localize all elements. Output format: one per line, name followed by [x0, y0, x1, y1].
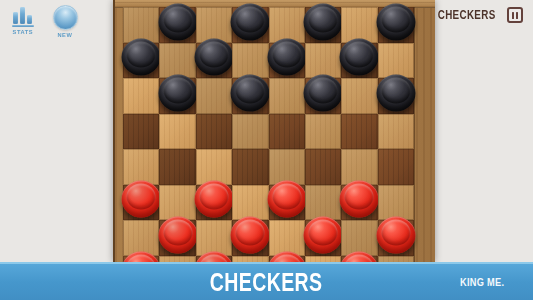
board-square[interactable]	[378, 149, 414, 185]
board-square[interactable]	[378, 220, 414, 256]
new-game-button[interactable]: NEW	[50, 5, 80, 38]
board-square[interactable]	[123, 78, 159, 114]
board-square[interactable]	[123, 185, 159, 221]
black-piece[interactable]	[231, 3, 270, 40]
board-square[interactable]	[159, 78, 195, 114]
board-square[interactable]	[159, 149, 195, 185]
checkers-board	[113, 0, 435, 262]
board-square[interactable]	[305, 185, 341, 221]
red-piece[interactable]	[267, 181, 306, 218]
new-game-button-label: NEW	[57, 32, 72, 38]
board-square[interactable]	[305, 78, 341, 114]
board-square[interactable]	[232, 7, 268, 43]
board-square[interactable]	[269, 43, 305, 79]
red-piece[interactable]	[340, 181, 379, 218]
board-square[interactable]	[159, 43, 195, 79]
board-square[interactable]	[341, 43, 377, 79]
black-piece[interactable]	[304, 74, 343, 111]
board-square[interactable]	[269, 220, 305, 256]
black-piece[interactable]	[122, 39, 161, 76]
board-square[interactable]	[378, 7, 414, 43]
red-piece[interactable]	[231, 216, 270, 253]
footer-game-title: CHECKERS	[210, 268, 323, 297]
board-square[interactable]	[232, 149, 268, 185]
board-square[interactable]	[196, 78, 232, 114]
board-square[interactable]	[269, 78, 305, 114]
red-piece[interactable]	[122, 181, 161, 218]
stats-button-label: STATS	[13, 29, 34, 35]
board-square[interactable]	[305, 149, 341, 185]
board-square[interactable]	[196, 7, 232, 43]
board-square[interactable]	[232, 78, 268, 114]
new-game-sphere-icon	[53, 5, 78, 30]
board-square[interactable]	[123, 220, 159, 256]
board-square[interactable]	[232, 43, 268, 79]
board-square[interactable]	[341, 220, 377, 256]
board-square[interactable]	[159, 185, 195, 221]
board-square[interactable]	[123, 149, 159, 185]
pause-icon	[512, 12, 514, 19]
board-square[interactable]	[196, 43, 232, 79]
stats-bar-chart-icon	[12, 5, 34, 27]
red-piece[interactable]	[376, 216, 415, 253]
board-square[interactable]	[196, 220, 232, 256]
board-square[interactable]	[232, 114, 268, 150]
hud-right: CHECKERS	[425, 7, 523, 23]
black-piece[interactable]	[304, 3, 343, 40]
pause-button[interactable]	[507, 7, 523, 23]
board-square[interactable]	[305, 7, 341, 43]
black-piece[interactable]	[158, 74, 197, 111]
board-square[interactable]	[269, 185, 305, 221]
board-square[interactable]	[159, 7, 195, 43]
black-piece[interactable]	[158, 3, 197, 40]
status-message: KING ME.	[460, 276, 504, 288]
board-square[interactable]	[159, 114, 195, 150]
board-square[interactable]	[159, 220, 195, 256]
board-square[interactable]	[269, 7, 305, 43]
black-piece[interactable]	[231, 74, 270, 111]
board-square[interactable]	[378, 185, 414, 221]
board-square[interactable]	[123, 43, 159, 79]
footer-bar: CHECKERS KING ME.	[0, 262, 533, 300]
red-piece[interactable]	[158, 216, 197, 253]
board-square[interactable]	[123, 114, 159, 150]
red-piece[interactable]	[304, 216, 343, 253]
hud-left: STATS NEW	[8, 5, 80, 38]
board-square[interactable]	[341, 185, 377, 221]
board-square[interactable]	[196, 149, 232, 185]
board-square[interactable]	[378, 114, 414, 150]
board-square[interactable]	[232, 220, 268, 256]
pause-icon	[516, 12, 518, 19]
board-square[interactable]	[305, 220, 341, 256]
board-square[interactable]	[305, 114, 341, 150]
board-square[interactable]	[378, 43, 414, 79]
board-square[interactable]	[196, 114, 232, 150]
board-grid	[123, 7, 415, 262]
board-square[interactable]	[196, 185, 232, 221]
board-square[interactable]	[341, 78, 377, 114]
board-square[interactable]	[341, 149, 377, 185]
board-square[interactable]	[341, 114, 377, 150]
board-square[interactable]	[341, 7, 377, 43]
board-square[interactable]	[232, 185, 268, 221]
black-piece[interactable]	[194, 39, 233, 76]
black-piece[interactable]	[376, 74, 415, 111]
black-piece[interactable]	[267, 39, 306, 76]
board-square[interactable]	[269, 114, 305, 150]
board-square[interactable]	[123, 7, 159, 43]
black-piece[interactable]	[376, 3, 415, 40]
app-title: CHECKERS	[438, 8, 496, 22]
board-square[interactable]	[269, 149, 305, 185]
board-square[interactable]	[305, 43, 341, 79]
red-piece[interactable]	[194, 181, 233, 218]
black-piece[interactable]	[340, 39, 379, 76]
board-square[interactable]	[378, 78, 414, 114]
checkers-app-screen: STATS NEW CHECKERS CHECKERS KING ME.	[0, 0, 533, 300]
stats-button[interactable]: STATS	[8, 5, 38, 38]
